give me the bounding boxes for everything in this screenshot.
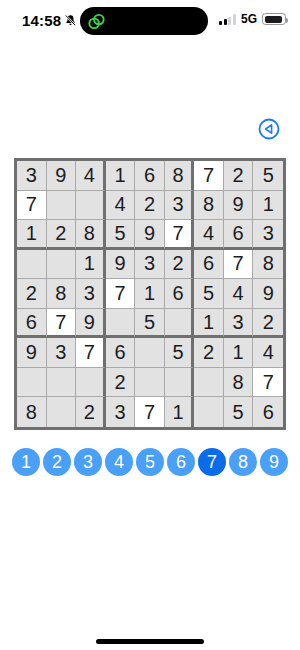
sudoku-cell-r1c7[interactable]: 7 (194, 161, 224, 191)
sudoku-cell-r3c3[interactable]: 8 (76, 220, 106, 250)
sudoku-cell-r3c1[interactable]: 1 (17, 220, 47, 250)
sudoku-cell-r3c2[interactable]: 2 (47, 220, 77, 250)
sudoku-cell-r6c9[interactable]: 2 (253, 309, 283, 339)
sudoku-cell-r9c8[interactable]: 5 (224, 397, 254, 427)
app-screen: 14:58 5G 3 (0, 0, 300, 650)
sudoku-cell-r7c2[interactable]: 3 (47, 338, 77, 368)
status-right: 5G (219, 12, 286, 26)
signal-bars-icon (219, 14, 236, 25)
sudoku-cell-r2c3[interactable] (76, 191, 106, 221)
sudoku-cell-r8c8[interactable]: 8 (224, 368, 254, 398)
sudoku-cell-r5c3[interactable]: 3 (76, 279, 106, 309)
sudoku-cell-r5c9[interactable]: 9 (253, 279, 283, 309)
numpad-button-1[interactable]: 1 (12, 448, 40, 476)
sudoku-cell-r6c7[interactable]: 1 (194, 309, 224, 339)
sudoku-cell-r3c8[interactable]: 6 (224, 220, 254, 250)
sudoku-cell-r7c3[interactable]: 7 (76, 338, 106, 368)
sudoku-cell-r2c2[interactable] (47, 191, 77, 221)
sudoku-cell-r4c9[interactable]: 8 (253, 250, 283, 280)
sudoku-cell-r4c1[interactable] (17, 250, 47, 280)
sudoku-cell-r6c8[interactable]: 3 (224, 309, 254, 339)
sudoku-cell-r6c2[interactable]: 7 (47, 309, 77, 339)
sudoku-cell-r8c3[interactable] (76, 368, 106, 398)
sudoku-cell-r6c1[interactable]: 6 (17, 309, 47, 339)
sudoku-cell-r1c4[interactable]: 1 (106, 161, 136, 191)
sudoku-cell-r1c1[interactable]: 3 (17, 161, 47, 191)
sudoku-cell-r1c6[interactable]: 8 (165, 161, 195, 191)
sudoku-cell-r7c5[interactable] (135, 338, 165, 368)
sudoku-cell-r5c7[interactable]: 5 (194, 279, 224, 309)
bell-slash-icon (64, 14, 77, 27)
sudoku-cell-r8c5[interactable] (135, 368, 165, 398)
sudoku-cell-r2c6[interactable]: 3 (165, 191, 195, 221)
sudoku-cell-r8c6[interactable] (165, 368, 195, 398)
numpad-button-5[interactable]: 5 (136, 448, 164, 476)
sudoku-cell-r4c8[interactable]: 7 (224, 250, 254, 280)
dynamic-island[interactable] (80, 7, 208, 35)
numpad-button-2[interactable]: 2 (43, 448, 71, 476)
numpad-button-7[interactable]: 7 (198, 448, 226, 476)
sudoku-cell-r9c3[interactable]: 2 (76, 397, 106, 427)
sudoku-cell-r4c4[interactable]: 9 (106, 250, 136, 280)
numpad-button-8[interactable]: 8 (229, 448, 257, 476)
numpad-button-9[interactable]: 9 (260, 448, 288, 476)
sudoku-cell-r7c4[interactable]: 6 (106, 338, 136, 368)
sudoku-cell-r9c7[interactable] (194, 397, 224, 427)
sudoku-cell-r3c6[interactable]: 7 (165, 220, 195, 250)
sudoku-cell-r7c1[interactable]: 9 (17, 338, 47, 368)
sudoku-cell-r2c5[interactable]: 2 (135, 191, 165, 221)
numpad-button-6[interactable]: 6 (167, 448, 195, 476)
sudoku-cell-r1c2[interactable]: 9 (47, 161, 77, 191)
sudoku-cell-r8c4[interactable]: 2 (106, 368, 136, 398)
sudoku-cell-r5c2[interactable]: 8 (47, 279, 77, 309)
sudoku-cell-r6c5[interactable]: 5 (135, 309, 165, 339)
sudoku-cell-r5c1[interactable]: 2 (17, 279, 47, 309)
sudoku-cell-r3c9[interactable]: 3 (253, 220, 283, 250)
sudoku-cell-r6c3[interactable]: 9 (76, 309, 106, 339)
clock-time: 14:58 (22, 12, 61, 29)
sudoku-cell-r5c5[interactable]: 1 (135, 279, 165, 309)
status-bar: 14:58 5G (0, 0, 300, 44)
sudoku-cell-r3c4[interactable]: 5 (106, 220, 136, 250)
sudoku-cell-r2c4[interactable]: 4 (106, 191, 136, 221)
sudoku-cell-r2c9[interactable]: 1 (253, 191, 283, 221)
sudoku-cell-r5c4[interactable]: 7 (106, 279, 136, 309)
sudoku-cell-r4c7[interactable]: 6 (194, 250, 224, 280)
sudoku-cell-r9c5[interactable]: 7 (135, 397, 165, 427)
sudoku-cell-r1c9[interactable]: 5 (253, 161, 283, 191)
sudoku-cell-r9c1[interactable]: 8 (17, 397, 47, 427)
sudoku-cell-r2c7[interactable]: 8 (194, 191, 224, 221)
network-type-label: 5G (241, 12, 257, 26)
sudoku-cell-r9c4[interactable]: 3 (106, 397, 136, 427)
sudoku-cell-r7c8[interactable]: 1 (224, 338, 254, 368)
sudoku-cell-r8c7[interactable] (194, 368, 224, 398)
sudoku-cell-r4c3[interactable]: 1 (76, 250, 106, 280)
sudoku-cell-r4c2[interactable] (47, 250, 77, 280)
sudoku-cell-r9c9[interactable]: 6 (253, 397, 283, 427)
sudoku-cell-r4c6[interactable]: 2 (165, 250, 195, 280)
sudoku-cell-r7c6[interactable]: 5 (165, 338, 195, 368)
status-left: 14:58 (22, 12, 77, 29)
sudoku-cell-r8c9[interactable]: 7 (253, 368, 283, 398)
numpad-button-4[interactable]: 4 (105, 448, 133, 476)
numpad-button-3[interactable]: 3 (74, 448, 102, 476)
sudoku-cell-r5c6[interactable]: 6 (165, 279, 195, 309)
sudoku-cell-r3c5[interactable]: 9 (135, 220, 165, 250)
sudoku-cell-r2c8[interactable]: 9 (224, 191, 254, 221)
sudoku-cell-r1c5[interactable]: 6 (135, 161, 165, 191)
sudoku-cell-r6c4[interactable] (106, 309, 136, 339)
sudoku-cell-r7c7[interactable]: 2 (194, 338, 224, 368)
number-pad: 123456789 (0, 448, 300, 476)
sudoku-cell-r3c7[interactable]: 4 (194, 220, 224, 250)
sudoku-cell-r9c2[interactable] (47, 397, 77, 427)
home-indicator[interactable] (96, 639, 204, 644)
sudoku-cell-r2c1[interactable]: 7 (17, 191, 47, 221)
sudoku-cell-r1c8[interactable]: 2 (224, 161, 254, 191)
sudoku-cell-r4c5[interactable]: 3 (135, 250, 165, 280)
sudoku-cell-r7c9[interactable]: 4 (253, 338, 283, 368)
sudoku-cell-r1c3[interactable]: 4 (76, 161, 106, 191)
battery-icon (262, 13, 286, 25)
sudoku-board: 3941687257423891128597463193267828371654… (14, 158, 286, 430)
sudoku-cell-r8c2[interactable] (47, 368, 77, 398)
linked-rings-icon (87, 12, 106, 31)
sudoku-cell-r8c1[interactable] (17, 368, 47, 398)
sudoku-cell-r5c8[interactable]: 4 (224, 279, 254, 309)
undo-button[interactable] (257, 117, 281, 141)
sudoku-cell-r6c6[interactable] (165, 309, 195, 339)
sudoku-cell-r9c6[interactable]: 1 (165, 397, 195, 427)
